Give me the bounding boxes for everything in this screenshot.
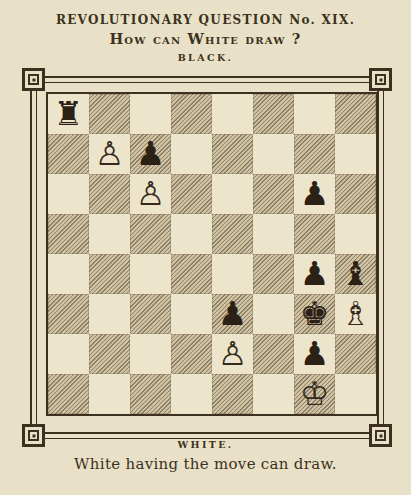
square-f7 (253, 134, 294, 174)
square-d3 (171, 294, 212, 334)
square-c8 (130, 94, 171, 134)
square-a3 (48, 294, 89, 334)
square-b5 (89, 214, 130, 254)
square-b7: ♙ (89, 134, 130, 174)
black-pawn-e3: ♟ (218, 297, 248, 330)
square-h5 (335, 214, 376, 254)
square-h4: ♝ (335, 254, 376, 294)
black-pawn-g4: ♟ (300, 257, 330, 290)
square-a5 (48, 214, 89, 254)
black-pawn-c7: ♟ (136, 137, 166, 170)
square-c1 (130, 374, 171, 414)
black-pawn-g6: ♟ (300, 177, 330, 210)
frame-rule-right (377, 89, 384, 426)
black-side-label: BLACK. (0, 52, 411, 63)
black-king-g3: ♚ (300, 297, 330, 330)
square-a4 (48, 254, 89, 294)
square-c6: ♙ (130, 174, 171, 214)
square-b1 (89, 374, 130, 414)
white-king-g1: ♔ (300, 377, 330, 410)
square-a2 (48, 334, 89, 374)
square-f3 (253, 294, 294, 334)
white-pawn-b7: ♙ (95, 137, 125, 170)
square-c7: ♟ (130, 134, 171, 174)
square-h1 (335, 374, 376, 414)
frame-corner-top-right-ornament (369, 68, 392, 91)
square-b8 (89, 94, 130, 134)
square-d1 (171, 374, 212, 414)
square-f4 (253, 254, 294, 294)
square-h2 (335, 334, 376, 374)
square-d6 (171, 174, 212, 214)
square-a1 (48, 374, 89, 414)
square-f8 (253, 94, 294, 134)
square-b6 (89, 174, 130, 214)
white-side-label: WHITE. (0, 439, 411, 450)
square-d8 (171, 94, 212, 134)
square-e8 (212, 94, 253, 134)
square-b4 (89, 254, 130, 294)
square-e7 (212, 134, 253, 174)
frame-rule-left (30, 89, 37, 426)
square-h7 (335, 134, 376, 174)
book-page: REVOLUTIONARY QUESTION No. XIX. How can … (0, 0, 411, 495)
square-e5 (212, 214, 253, 254)
square-f6 (253, 174, 294, 214)
square-c2 (130, 334, 171, 374)
square-c5 (130, 214, 171, 254)
square-d7 (171, 134, 212, 174)
white-pawn-c6: ♙ (136, 177, 166, 210)
square-g8 (294, 94, 335, 134)
square-e4 (212, 254, 253, 294)
puzzle-title: REVOLUTIONARY QUESTION No. XIX. (0, 13, 411, 27)
solution-caption: White having the move can draw. (0, 455, 411, 473)
square-d2 (171, 334, 212, 374)
frame-rule-top (45, 76, 369, 83)
square-g4: ♟ (294, 254, 335, 294)
puzzle-question: How can White draw ? (0, 30, 411, 47)
square-h6 (335, 174, 376, 214)
square-f5 (253, 214, 294, 254)
black-pawn-g2: ♟ (300, 337, 330, 370)
square-c3 (130, 294, 171, 334)
square-g7 (294, 134, 335, 174)
square-c4 (130, 254, 171, 294)
square-e2: ♙ (212, 334, 253, 374)
square-g2: ♟ (294, 334, 335, 374)
square-f1 (253, 374, 294, 414)
square-e6 (212, 174, 253, 214)
square-a7 (48, 134, 89, 174)
square-g6: ♟ (294, 174, 335, 214)
white-bishop-h3: ♗ (341, 297, 371, 330)
square-b3 (89, 294, 130, 334)
square-b2 (89, 334, 130, 374)
square-h8 (335, 94, 376, 134)
square-d5 (171, 214, 212, 254)
square-e1 (212, 374, 253, 414)
square-g1: ♔ (294, 374, 335, 414)
square-g5 (294, 214, 335, 254)
square-d4 (171, 254, 212, 294)
frame-rule-bottom (45, 432, 369, 439)
square-f2 (253, 334, 294, 374)
square-a6 (48, 174, 89, 214)
square-e3: ♟ (212, 294, 253, 334)
chess-board: ♜♙♟♙♟♟♝♟♚♗♙♟♔ (46, 92, 378, 416)
black-rook-a8: ♜ (54, 97, 84, 130)
square-h3: ♗ (335, 294, 376, 334)
square-g3: ♚ (294, 294, 335, 334)
black-bishop-h4: ♝ (341, 257, 371, 290)
frame-corner-top-left-ornament (22, 68, 45, 91)
white-pawn-e2: ♙ (218, 337, 248, 370)
square-a8: ♜ (48, 94, 89, 134)
